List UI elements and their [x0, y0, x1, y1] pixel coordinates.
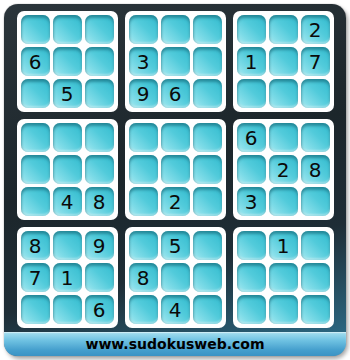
cell-r2c3[interactable]	[85, 47, 114, 76]
cell-r5c3[interactable]	[85, 155, 114, 184]
cell-r7c6[interactable]	[193, 231, 222, 260]
footer-bar: www.sudokusweb.com	[4, 332, 346, 356]
cell-r8c9[interactable]	[301, 263, 330, 292]
cell-r6c7[interactable]: 3	[237, 187, 266, 216]
cell-r5c2[interactable]	[53, 155, 82, 184]
sudoku-card: 653962174826283897165841 www.sudokusweb.…	[4, 4, 346, 356]
site-url: www.sudokusweb.com	[85, 336, 264, 352]
cell-r7c4[interactable]	[129, 231, 158, 260]
cell-r6c9[interactable]	[301, 187, 330, 216]
cell-r4c3[interactable]	[85, 123, 114, 152]
cell-r7c7[interactable]	[237, 231, 266, 260]
cell-r4c1[interactable]	[21, 123, 50, 152]
cell-r7c3[interactable]: 9	[85, 231, 114, 260]
cell-r3c1[interactable]	[21, 79, 50, 108]
cell-r5c7[interactable]	[237, 155, 266, 184]
box-r0c0: 65	[17, 11, 118, 112]
cell-r5c5[interactable]	[161, 155, 190, 184]
cell-r9c1[interactable]	[21, 295, 50, 324]
cell-r3c9[interactable]	[301, 79, 330, 108]
sudoku-board: 653962174826283897165841	[17, 11, 334, 328]
cell-r6c3[interactable]: 8	[85, 187, 114, 216]
cell-r4c5[interactable]	[161, 123, 190, 152]
cell-r4c8[interactable]	[269, 123, 298, 152]
cell-r6c2[interactable]: 4	[53, 187, 82, 216]
cell-r3c5[interactable]: 6	[161, 79, 190, 108]
cell-r6c5[interactable]: 2	[161, 187, 190, 216]
cell-r9c7[interactable]	[237, 295, 266, 324]
cell-r3c6[interactable]	[193, 79, 222, 108]
cell-r8c1[interactable]: 7	[21, 263, 50, 292]
box-r2c2: 1	[233, 227, 334, 328]
cell-r3c7[interactable]	[237, 79, 266, 108]
cell-r2c8[interactable]	[269, 47, 298, 76]
cell-r2c2[interactable]	[53, 47, 82, 76]
cell-r9c3[interactable]: 6	[85, 295, 114, 324]
cell-r9c2[interactable]	[53, 295, 82, 324]
cell-r7c1[interactable]: 8	[21, 231, 50, 260]
cell-r2c9[interactable]: 7	[301, 47, 330, 76]
cell-r5c6[interactable]	[193, 155, 222, 184]
cell-r7c5[interactable]: 5	[161, 231, 190, 260]
cell-r8c4[interactable]: 8	[129, 263, 158, 292]
cell-r7c9[interactable]	[301, 231, 330, 260]
cell-r1c4[interactable]	[129, 15, 158, 44]
cell-r1c7[interactable]	[237, 15, 266, 44]
cell-r1c2[interactable]	[53, 15, 82, 44]
box-r1c2: 6283	[233, 119, 334, 220]
cell-r2c6[interactable]	[193, 47, 222, 76]
cell-r5c8[interactable]: 2	[269, 155, 298, 184]
cell-r5c1[interactable]	[21, 155, 50, 184]
cell-r1c9[interactable]: 2	[301, 15, 330, 44]
cell-r9c9[interactable]	[301, 295, 330, 324]
box-r1c1: 2	[125, 119, 226, 220]
cell-r5c9[interactable]: 8	[301, 155, 330, 184]
cell-r9c6[interactable]	[193, 295, 222, 324]
cell-r2c1[interactable]: 6	[21, 47, 50, 76]
cell-r8c5[interactable]	[161, 263, 190, 292]
cell-r8c6[interactable]	[193, 263, 222, 292]
cell-r4c6[interactable]	[193, 123, 222, 152]
cell-r2c5[interactable]	[161, 47, 190, 76]
cell-r4c9[interactable]	[301, 123, 330, 152]
cell-r1c5[interactable]	[161, 15, 190, 44]
cell-r8c3[interactable]	[85, 263, 114, 292]
cell-r1c8[interactable]	[269, 15, 298, 44]
cell-r7c8[interactable]: 1	[269, 231, 298, 260]
cell-r1c3[interactable]	[85, 15, 114, 44]
cell-r2c4[interactable]: 3	[129, 47, 158, 76]
cell-r5c4[interactable]	[129, 155, 158, 184]
cell-r2c7[interactable]: 1	[237, 47, 266, 76]
box-r2c0: 89716	[17, 227, 118, 328]
box-r0c2: 217	[233, 11, 334, 112]
cell-r1c6[interactable]	[193, 15, 222, 44]
cell-r3c2[interactable]: 5	[53, 79, 82, 108]
cell-r8c7[interactable]	[237, 263, 266, 292]
cell-r4c4[interactable]	[129, 123, 158, 152]
page: 653962174826283897165841 www.sudokusweb.…	[0, 0, 350, 360]
cell-r9c8[interactable]	[269, 295, 298, 324]
cell-r6c4[interactable]	[129, 187, 158, 216]
cell-r8c8[interactable]	[269, 263, 298, 292]
cell-r8c2[interactable]: 1	[53, 263, 82, 292]
cell-r1c1[interactable]	[21, 15, 50, 44]
cell-r3c3[interactable]	[85, 79, 114, 108]
cell-r6c8[interactable]	[269, 187, 298, 216]
cell-r7c2[interactable]	[53, 231, 82, 260]
cell-r4c2[interactable]	[53, 123, 82, 152]
cell-r6c6[interactable]	[193, 187, 222, 216]
cell-r9c5[interactable]: 4	[161, 295, 190, 324]
box-r0c1: 396	[125, 11, 226, 112]
box-r2c1: 584	[125, 227, 226, 328]
cell-r9c4[interactable]	[129, 295, 158, 324]
cell-r3c8[interactable]	[269, 79, 298, 108]
cell-r3c4[interactable]: 9	[129, 79, 158, 108]
cell-r6c1[interactable]	[21, 187, 50, 216]
cell-r4c7[interactable]: 6	[237, 123, 266, 152]
box-r1c0: 48	[17, 119, 118, 220]
